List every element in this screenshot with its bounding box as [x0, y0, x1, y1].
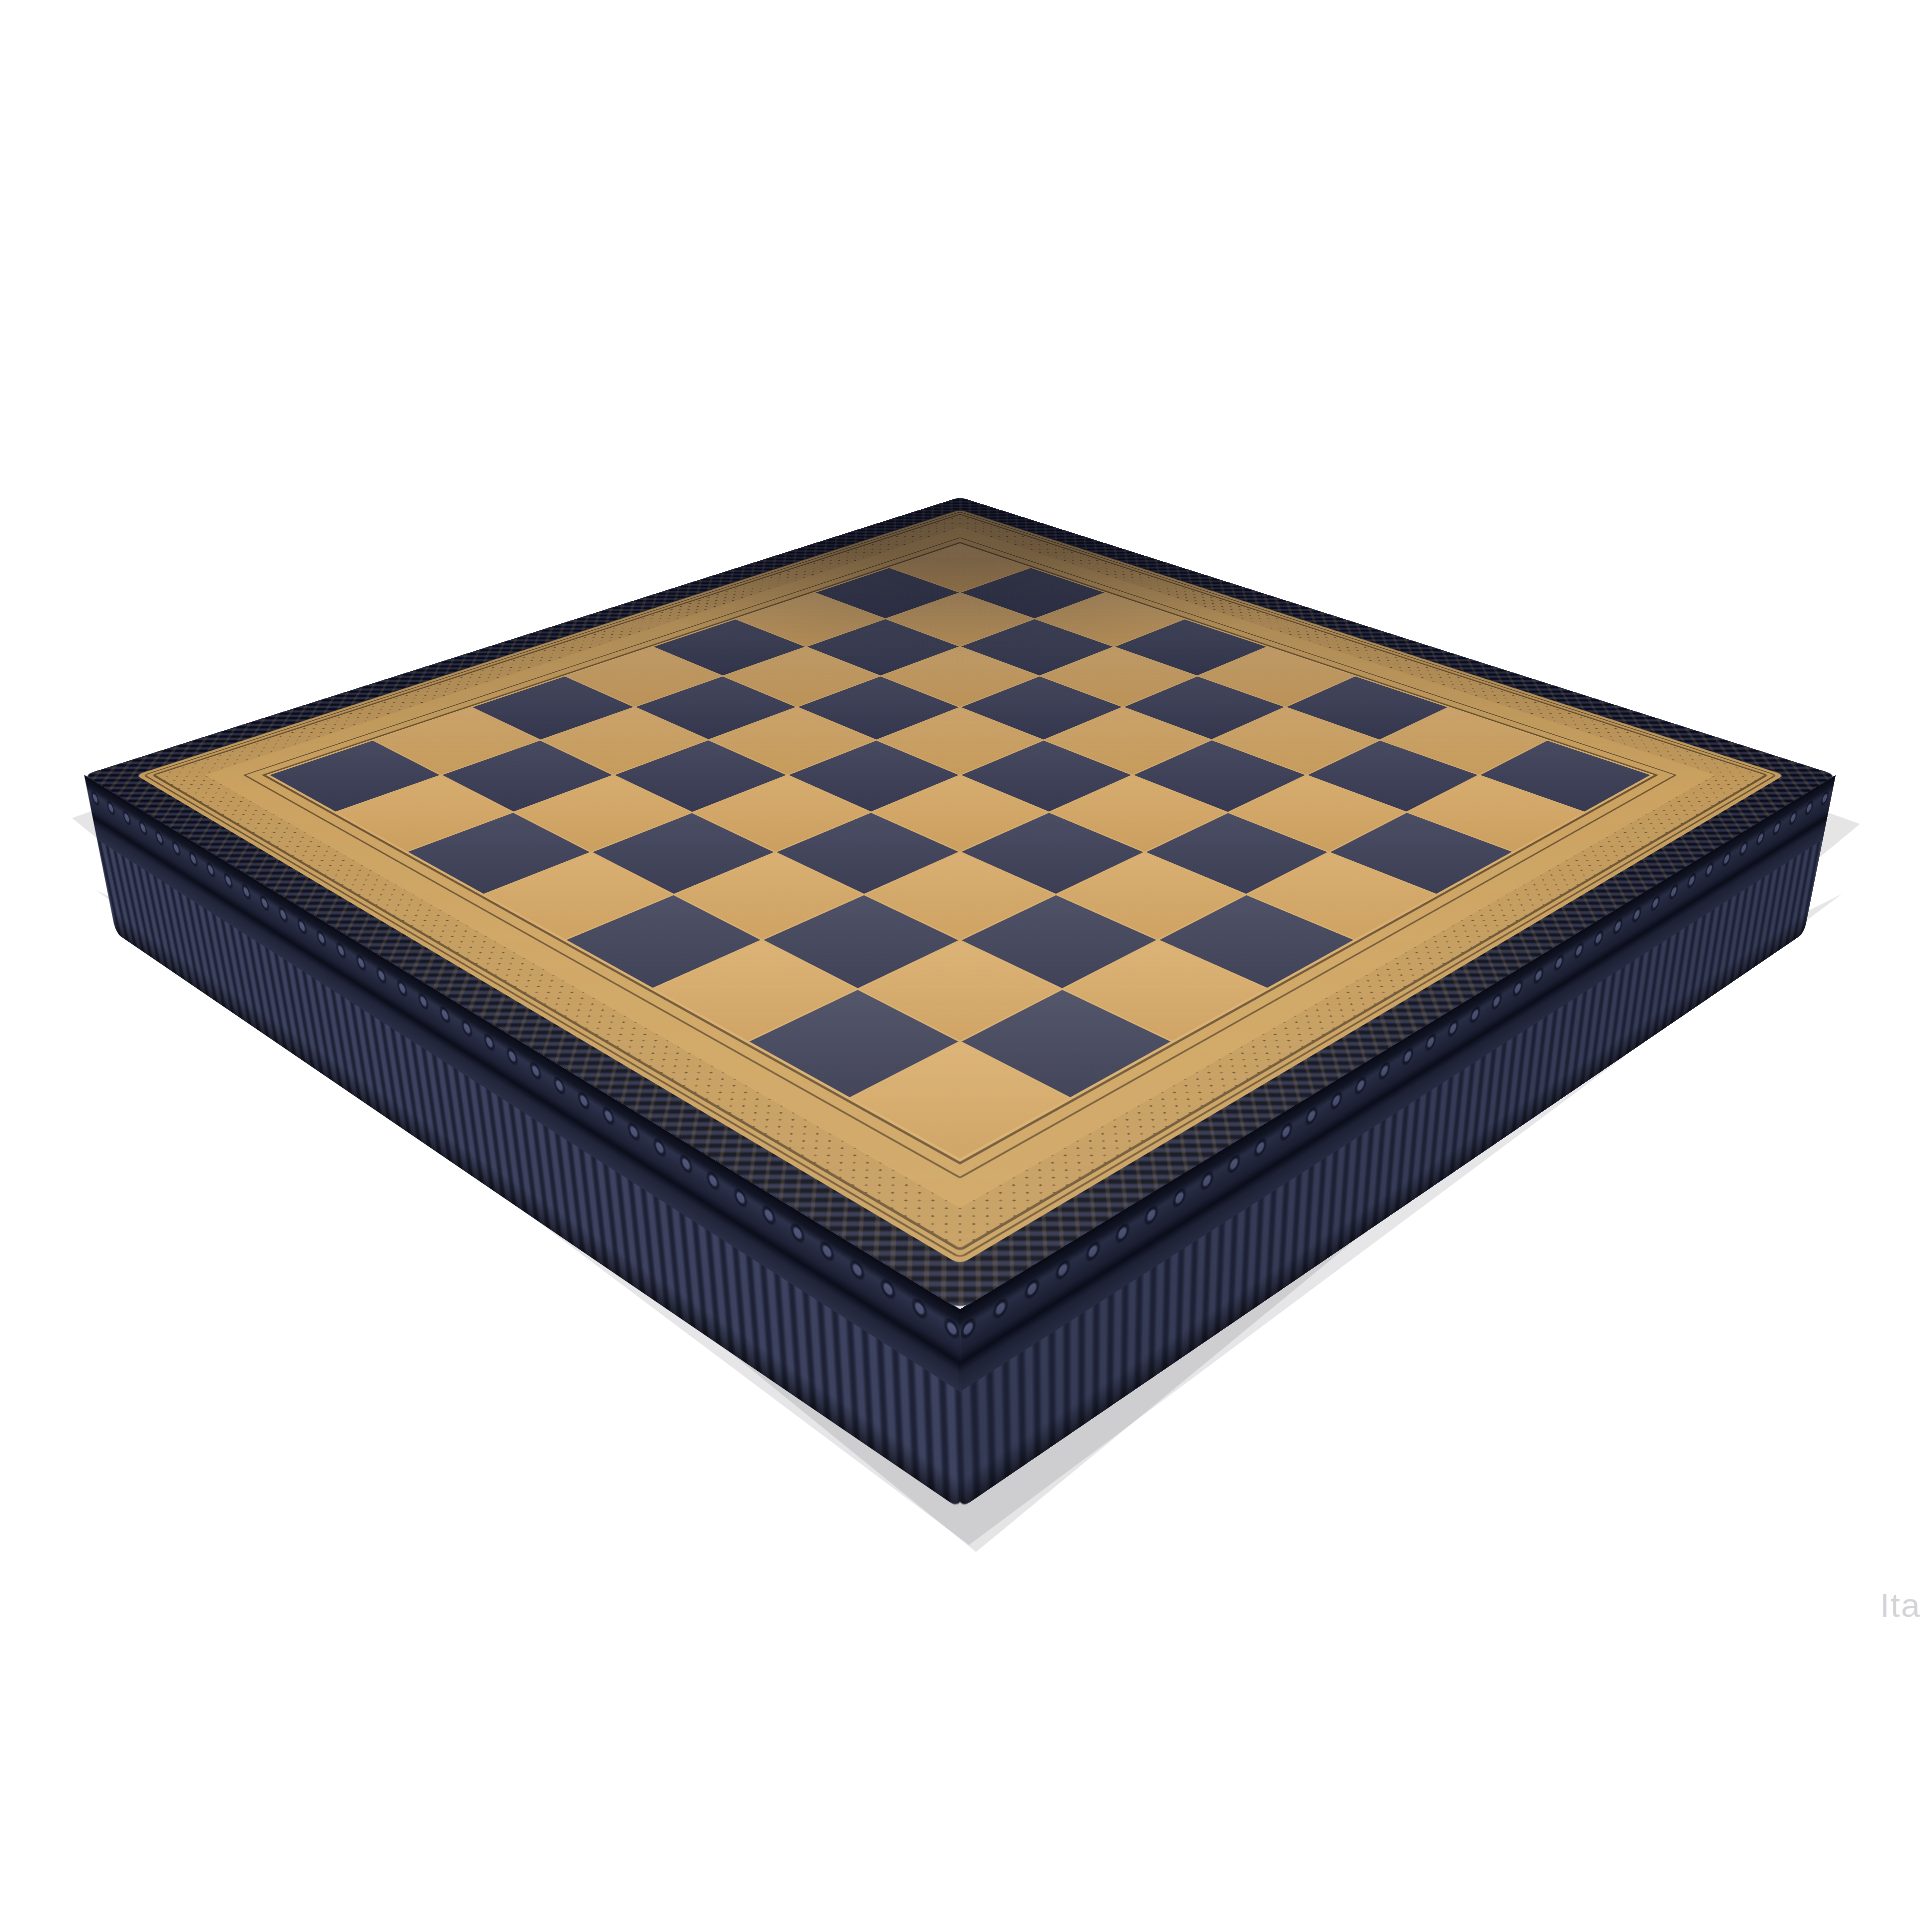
chessboard-box — [83, 497, 1837, 1310]
photo-scene — [0, 0, 1920, 1920]
watermark-text: Itali — [1880, 1586, 1920, 1625]
product-photo-page: { "game": "chess", "position": "8/8/8/8/… — [0, 0, 1920, 1920]
